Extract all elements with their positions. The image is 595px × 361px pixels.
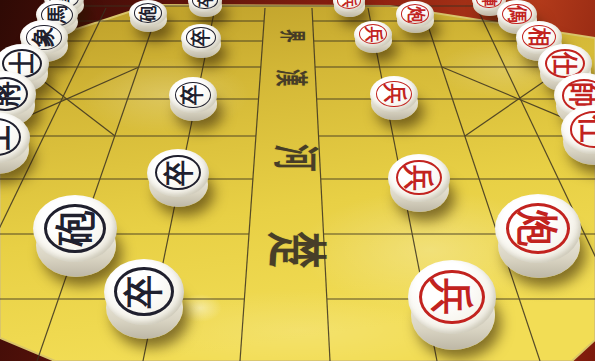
piece-face: 卒: [181, 24, 221, 52]
piece-character: 兵: [364, 26, 383, 42]
piece-character: 仕: [552, 52, 578, 74]
piece-black-cannon-far[interactable]: 砲: [129, 0, 167, 32]
xiangqi-board: [0, 0, 595, 361]
piece-face: 卒: [104, 259, 184, 325]
piece-ring: 卒: [192, 0, 217, 9]
piece-red-soldier-4[interactable]: 兵: [388, 154, 450, 213]
piece-character: 兵: [341, 0, 357, 7]
piece-black-soldier-3[interactable]: 卒: [169, 77, 217, 120]
piece-ring: 兵: [419, 270, 484, 324]
piece-face: 兵: [408, 260, 496, 333]
piece-red-advisor-2[interactable]: 仕: [561, 105, 595, 166]
piece-ring: 砲: [44, 204, 106, 254]
piece-red-soldier-2[interactable]: 兵: [354, 21, 392, 54]
piece-character: 卒: [181, 85, 205, 105]
piece-ring: 炮: [401, 4, 429, 24]
piece-black-soldier-2[interactable]: 卒: [181, 24, 221, 59]
piece-face: 砲: [33, 195, 117, 262]
piece-face: 兵: [388, 154, 450, 202]
piece-ring: 卒: [155, 155, 201, 190]
piece-character: 砲: [139, 5, 158, 21]
piece-red-cannon-far[interactable]: 炮: [396, 1, 434, 33]
piece-character: 士: [0, 123, 13, 151]
piece-character: 兵: [430, 279, 473, 316]
piece-ring: 兵: [396, 160, 442, 196]
river-char-chu: 楚: [269, 232, 327, 268]
piece-ring: 兵: [359, 24, 387, 44]
piece-ring: 卒: [186, 27, 216, 48]
piece-red-cannon-near[interactable]: 炮: [495, 194, 581, 278]
piece-face: 兵: [370, 76, 418, 111]
piece-character: 卒: [191, 30, 211, 47]
river-char-han: 漢: [276, 70, 308, 87]
piece-red-soldier-3[interactable]: 兵: [370, 76, 418, 119]
river-char-jie: 界: [280, 30, 306, 43]
piece-ring: 將: [0, 77, 28, 111]
piece-ring: 卒: [114, 267, 173, 316]
piece-character: 砲: [54, 211, 95, 246]
piece-character: 卒: [163, 160, 193, 186]
piece-face: 卒: [147, 149, 209, 197]
xiangqi-photo-scene: 界 漢 河 楚 車馬象士將士砲砲卒卒卒卒卒俥傌相仕帥仕炮炮兵兵兵兵兵: [0, 0, 595, 361]
piece-character: 卒: [124, 275, 163, 308]
piece-black-advisor-2[interactable]: 士: [0, 112, 30, 175]
piece-character: 炮: [517, 211, 559, 247]
piece-face: 兵: [354, 21, 392, 48]
piece-ring: 兵: [337, 0, 361, 9]
piece-character: 卒: [197, 0, 214, 7]
piece-ring: 炮: [506, 203, 570, 254]
piece-black-soldier-1[interactable]: 卒: [188, 0, 222, 17]
piece-ring: 士: [0, 118, 21, 156]
piece-character: 兵: [382, 84, 406, 104]
river-char-he: 河: [274, 145, 320, 172]
piece-character: 兵: [404, 165, 434, 191]
piece-character: 仕: [578, 116, 595, 143]
piece-red-soldier-5[interactable]: 兵: [408, 260, 496, 349]
piece-face: 卒: [169, 77, 217, 112]
piece-ring: 卒: [175, 82, 211, 108]
piece-black-soldier-5[interactable]: 卒: [104, 259, 184, 340]
piece-character: 將: [0, 81, 20, 107]
piece-ring: 兵: [376, 81, 412, 107]
piece-character: 炮: [406, 6, 425, 22]
piece-character: 俥: [481, 0, 498, 6]
piece-ring: 仕: [570, 111, 595, 148]
piece-red-soldier-1[interactable]: 兵: [333, 0, 365, 17]
piece-face: 炮: [495, 194, 581, 263]
piece-black-soldier-4[interactable]: 卒: [147, 149, 209, 207]
piece-ring: 砲: [134, 3, 162, 23]
piece-character: 傌: [507, 6, 527, 23]
